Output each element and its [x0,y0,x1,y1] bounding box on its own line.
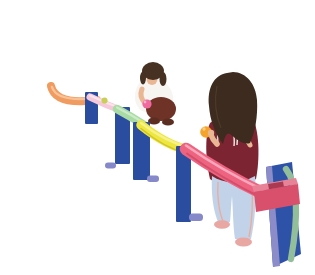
child1-hair-lock-left [140,72,146,85]
post-2-peg [105,163,116,169]
pink-ball-highlight [144,101,147,104]
child1-crouched-legs [146,97,176,121]
child1-hair-lock-right [160,72,167,86]
orange-ball-highlight [202,127,205,130]
small-ball-on-track [101,97,107,103]
child2-shoe-front [214,220,230,228]
pink-ball [142,99,151,108]
scene-canvas [40,16,315,275]
post-4-peg [189,214,203,222]
post-3-peg [147,176,159,183]
product-photo: Two young girls play with a long downhil… [40,16,315,275]
child2-right-hand [208,130,214,136]
child1-shoe-right [162,118,174,125]
child2-shoe-back [235,237,252,246]
